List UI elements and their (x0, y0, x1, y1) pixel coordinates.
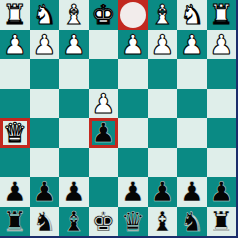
black-pawn-piece-icon: ♟ (121, 177, 145, 206)
square-g8[interactable]: ♞ (30, 207, 60, 237)
square-b8[interactable]: ♞ (177, 207, 207, 237)
white-pawn-piece-icon: ♟ (3, 30, 27, 59)
square-f4[interactable] (59, 89, 89, 119)
square-h3[interactable] (0, 59, 30, 89)
square-e5[interactable]: ♟ (89, 118, 119, 148)
square-g6[interactable] (30, 148, 60, 178)
square-a3[interactable] (207, 59, 237, 89)
black-pawn-piece-icon: ♟ (209, 177, 233, 206)
square-g1[interactable]: ♞ (30, 0, 60, 30)
square-g5[interactable] (30, 118, 60, 148)
black-pawn-piece-icon: ♟ (150, 177, 174, 206)
white-pawn-piece-icon: ♟ (91, 89, 115, 118)
square-h6[interactable] (0, 148, 30, 178)
square-c3[interactable] (148, 59, 178, 89)
white-pawn-piece-icon: ♟ (150, 30, 174, 59)
square-f3[interactable] (59, 59, 89, 89)
black-bishop-piece-icon: ♝ (62, 207, 86, 236)
square-f2[interactable]: ♟ (59, 30, 89, 60)
square-b1[interactable]: ♞ (177, 0, 207, 30)
square-e3[interactable] (89, 59, 119, 89)
lifted-piece-origin-marker (120, 2, 146, 28)
square-f7[interactable]: ♟ (59, 177, 89, 207)
square-h7[interactable]: ♟ (0, 177, 30, 207)
square-a7[interactable]: ♟ (207, 177, 237, 207)
square-f5[interactable] (59, 118, 89, 148)
square-e4[interactable]: ♟ (89, 89, 119, 119)
black-knight-piece-icon: ♞ (180, 207, 204, 236)
square-g2[interactable]: ♟ (30, 30, 60, 60)
square-f8[interactable]: ♝ (59, 207, 89, 237)
white-knight-piece-icon: ♞ (180, 0, 204, 29)
black-rook-piece-icon: ♜ (3, 207, 27, 236)
square-c1[interactable]: ♝ (148, 0, 178, 30)
white-pawn-piece-icon: ♟ (121, 30, 145, 59)
white-pawn-piece-icon: ♟ (32, 30, 56, 59)
square-b3[interactable] (177, 59, 207, 89)
black-queen-piece-icon: ♛ (121, 207, 145, 236)
square-a1[interactable]: ♜ (207, 0, 237, 30)
white-pawn-piece-icon: ♟ (209, 30, 233, 59)
square-d8[interactable]: ♛ (118, 207, 148, 237)
square-d1[interactable] (118, 0, 148, 30)
white-knight-piece-icon: ♞ (32, 0, 56, 29)
square-a6[interactable] (207, 148, 237, 178)
square-f1[interactable]: ♝ (59, 0, 89, 30)
square-f6[interactable] (59, 148, 89, 178)
black-knight-piece-icon: ♞ (32, 207, 56, 236)
square-c7[interactable]: ♟ (148, 177, 178, 207)
square-h1[interactable]: ♜ (0, 0, 30, 30)
square-a2[interactable]: ♟ (207, 30, 237, 60)
square-d2[interactable]: ♟ (118, 30, 148, 60)
white-bishop-piece-icon: ♝ (150, 0, 174, 29)
square-e7[interactable] (89, 177, 119, 207)
square-e2[interactable] (89, 30, 119, 60)
black-rook-piece-icon: ♜ (209, 207, 233, 236)
square-c4[interactable] (148, 89, 178, 119)
square-d3[interactable] (118, 59, 148, 89)
black-pawn-piece-icon: ♟ (3, 177, 27, 206)
black-pawn-piece-icon: ♟ (91, 118, 115, 147)
square-c5[interactable] (148, 118, 178, 148)
square-c2[interactable]: ♟ (148, 30, 178, 60)
square-d6[interactable] (118, 148, 148, 178)
chess-board: ♜♞♝♚♝♞♜♟♟♟♟♟♟♟♟♛♟♟♟♟♟♟♟♟♜♞♝♚♛♝♞♜ (0, 0, 238, 238)
square-e8[interactable]: ♚ (89, 207, 119, 237)
white-pawn-piece-icon: ♟ (62, 30, 86, 59)
square-e6[interactable] (89, 148, 119, 178)
square-a4[interactable] (207, 89, 237, 119)
white-queen-piece-icon: ♛ (3, 118, 27, 147)
square-g7[interactable]: ♟ (30, 177, 60, 207)
square-c8[interactable]: ♝ (148, 207, 178, 237)
square-e1[interactable]: ♚ (89, 0, 119, 30)
square-b6[interactable] (177, 148, 207, 178)
square-h5[interactable]: ♛ (0, 118, 30, 148)
square-b2[interactable]: ♟ (177, 30, 207, 60)
black-pawn-piece-icon: ♟ (62, 177, 86, 206)
white-rook-piece-icon: ♜ (209, 0, 233, 29)
white-rook-piece-icon: ♜ (3, 0, 27, 29)
square-g4[interactable] (30, 89, 60, 119)
square-b5[interactable] (177, 118, 207, 148)
black-pawn-piece-icon: ♟ (32, 177, 56, 206)
white-king-piece-icon: ♚ (91, 0, 115, 29)
square-h4[interactable] (0, 89, 30, 119)
square-d5[interactable] (118, 118, 148, 148)
square-h8[interactable]: ♜ (0, 207, 30, 237)
square-b4[interactable] (177, 89, 207, 119)
square-g3[interactable] (30, 59, 60, 89)
square-b7[interactable]: ♟ (177, 177, 207, 207)
white-pawn-piece-icon: ♟ (180, 30, 204, 59)
square-a8[interactable]: ♜ (207, 207, 237, 237)
white-bishop-piece-icon: ♝ (62, 0, 86, 29)
square-d7[interactable]: ♟ (118, 177, 148, 207)
square-c6[interactable] (148, 148, 178, 178)
square-h2[interactable]: ♟ (0, 30, 30, 60)
black-bishop-piece-icon: ♝ (150, 207, 174, 236)
square-d4[interactable] (118, 89, 148, 119)
square-a5[interactable] (207, 118, 237, 148)
black-king-piece-icon: ♚ (91, 207, 115, 236)
black-pawn-piece-icon: ♟ (180, 177, 204, 206)
